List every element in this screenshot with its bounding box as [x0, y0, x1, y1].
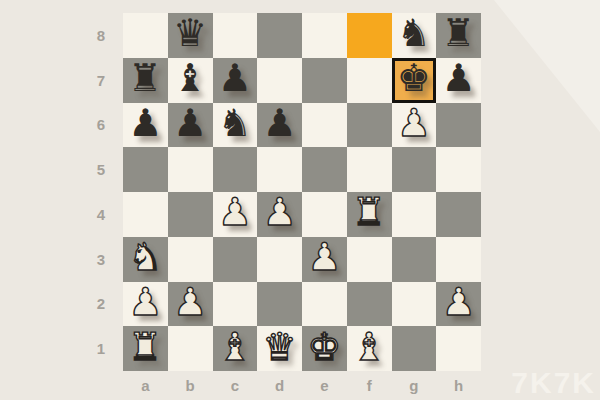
square-b2[interactable]: ♟	[168, 282, 213, 327]
square-g5[interactable]	[392, 147, 437, 192]
file-label-f: f	[347, 371, 392, 399]
square-d2[interactable]	[257, 282, 302, 327]
square-d4[interactable]: ♟	[257, 192, 302, 237]
square-h8[interactable]: ♜	[436, 13, 481, 58]
white-knight-icon[interactable]: ♞	[128, 238, 162, 276]
white-bishop-icon[interactable]: ♝	[218, 328, 252, 366]
rank-label-6: 6	[88, 103, 114, 148]
black-knight-icon[interactable]: ♞	[218, 104, 252, 142]
square-g2[interactable]	[392, 282, 437, 327]
square-e4[interactable]	[302, 192, 347, 237]
chess-app: 87654321 ♛♞♜♜♝♟♚♟♟♟♞♟♟♟♟♜♞♟♟♟♟♜♝♛♚♝ abcd…	[0, 0, 600, 400]
square-d1[interactable]: ♛	[257, 326, 302, 371]
square-a8[interactable]	[123, 13, 168, 58]
file-label-a: a	[123, 371, 168, 399]
square-d7[interactable]	[257, 58, 302, 103]
black-queen-icon[interactable]: ♛	[173, 14, 207, 52]
square-h4[interactable]	[436, 192, 481, 237]
file-label-g: g	[392, 371, 437, 399]
white-rook-icon[interactable]: ♜	[128, 328, 162, 366]
watermark: 7K7K	[511, 366, 596, 400]
white-queen-icon[interactable]: ♛	[263, 328, 297, 366]
square-a5[interactable]	[123, 147, 168, 192]
rank-label-2: 2	[88, 282, 114, 327]
square-e8[interactable]	[302, 13, 347, 58]
black-pawn-icon[interactable]: ♟	[128, 104, 162, 142]
square-e7[interactable]	[302, 58, 347, 103]
square-f5[interactable]	[347, 147, 392, 192]
square-f7[interactable]	[347, 58, 392, 103]
square-h1[interactable]	[436, 326, 481, 371]
square-g1[interactable]	[392, 326, 437, 371]
square-f2[interactable]	[347, 282, 392, 327]
square-g7[interactable]: ♚	[392, 58, 437, 103]
square-b3[interactable]	[168, 237, 213, 282]
black-pawn-icon[interactable]: ♟	[173, 104, 207, 142]
rank-label-8: 8	[88, 13, 114, 58]
file-label-e: e	[302, 371, 347, 399]
file-label-d: d	[257, 371, 302, 399]
square-h7[interactable]: ♟	[436, 58, 481, 103]
square-a6[interactable]: ♟	[123, 103, 168, 148]
black-rook-icon[interactable]: ♜	[442, 14, 476, 52]
square-h3[interactable]	[436, 237, 481, 282]
black-king-icon[interactable]: ♚	[397, 59, 431, 97]
white-pawn-icon[interactable]: ♟	[173, 283, 207, 321]
square-c1[interactable]: ♝	[213, 326, 258, 371]
white-bishop-icon[interactable]: ♝	[352, 328, 386, 366]
square-h6[interactable]	[436, 103, 481, 148]
rank-label-4: 4	[88, 192, 114, 237]
white-rook-icon[interactable]: ♜	[352, 193, 386, 231]
white-pawn-icon[interactable]: ♟	[397, 104, 431, 142]
square-g6[interactable]: ♟	[392, 103, 437, 148]
black-rook-icon[interactable]: ♜	[128, 59, 162, 97]
black-pawn-icon[interactable]: ♟	[442, 59, 476, 97]
rank-label-3: 3	[88, 237, 114, 282]
rank-label-1: 1	[88, 326, 114, 371]
square-b6[interactable]: ♟	[168, 103, 213, 148]
square-b4[interactable]	[168, 192, 213, 237]
square-d3[interactable]	[257, 237, 302, 282]
square-e2[interactable]	[302, 282, 347, 327]
square-a1[interactable]: ♜	[123, 326, 168, 371]
square-e1[interactable]: ♚	[302, 326, 347, 371]
square-c5[interactable]	[213, 147, 258, 192]
square-b7[interactable]: ♝	[168, 58, 213, 103]
white-king-icon[interactable]: ♚	[307, 328, 341, 366]
file-label-b: b	[168, 371, 213, 399]
square-e3[interactable]: ♟	[302, 237, 347, 282]
black-bishop-icon[interactable]: ♝	[173, 59, 207, 97]
square-c8[interactable]	[213, 13, 258, 58]
square-b8[interactable]: ♛	[168, 13, 213, 58]
square-c6[interactable]: ♞	[213, 103, 258, 148]
square-g8[interactable]: ♞	[392, 13, 437, 58]
square-a7[interactable]: ♜	[123, 58, 168, 103]
square-c7[interactable]: ♟	[213, 58, 258, 103]
white-pawn-icon[interactable]: ♟	[128, 283, 162, 321]
square-f6[interactable]	[347, 103, 392, 148]
white-pawn-icon[interactable]: ♟	[218, 193, 252, 231]
black-pawn-icon[interactable]: ♟	[263, 104, 297, 142]
square-h2[interactable]: ♟	[436, 282, 481, 327]
file-label-h: h	[436, 371, 481, 399]
rank-label-7: 7	[88, 58, 114, 103]
square-c2[interactable]	[213, 282, 258, 327]
square-e5[interactable]	[302, 147, 347, 192]
board: ♛♞♜♜♝♟♚♟♟♟♞♟♟♟♟♜♞♟♟♟♟♜♝♛♚♝	[123, 13, 481, 371]
square-d8[interactable]	[257, 13, 302, 58]
square-d5[interactable]	[257, 147, 302, 192]
black-knight-icon[interactable]: ♞	[397, 14, 431, 52]
square-h5[interactable]	[436, 147, 481, 192]
square-g4[interactable]	[392, 192, 437, 237]
square-b1[interactable]	[168, 326, 213, 371]
square-a3[interactable]: ♞	[123, 237, 168, 282]
square-f1[interactable]: ♝	[347, 326, 392, 371]
file-label-c: c	[213, 371, 258, 399]
square-c3[interactable]	[213, 237, 258, 282]
square-a4[interactable]	[123, 192, 168, 237]
square-f8[interactable]	[347, 13, 392, 58]
rank-labels: 87654321	[88, 13, 114, 371]
square-b5[interactable]	[168, 147, 213, 192]
white-pawn-icon[interactable]: ♟	[307, 238, 341, 276]
square-f3[interactable]	[347, 237, 392, 282]
file-labels: abcdefgh	[123, 371, 481, 399]
square-g3[interactable]	[392, 237, 437, 282]
rank-label-5: 5	[88, 147, 114, 192]
square-d6[interactable]: ♟	[257, 103, 302, 148]
square-e6[interactable]	[302, 103, 347, 148]
black-pawn-icon[interactable]: ♟	[218, 59, 252, 97]
square-a2[interactable]: ♟	[123, 282, 168, 327]
white-pawn-icon[interactable]: ♟	[442, 283, 476, 321]
white-pawn-icon[interactable]: ♟	[263, 193, 297, 231]
square-c4[interactable]: ♟	[213, 192, 258, 237]
square-f4[interactable]: ♜	[347, 192, 392, 237]
